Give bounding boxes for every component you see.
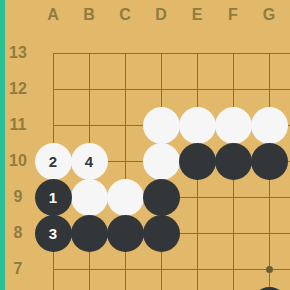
col-label-G: G: [263, 7, 275, 23]
col-label-E: E: [192, 7, 203, 23]
stone-black-F10[interactable]: [215, 143, 252, 180]
row-label-13: 13: [9, 45, 27, 61]
stone-black-D8[interactable]: [143, 215, 180, 252]
stone-white-C9[interactable]: [107, 179, 144, 216]
grid-line-row-12: [53, 89, 290, 90]
stone-black-A9[interactable]: 1: [35, 179, 72, 216]
row-label-9: 9: [14, 189, 23, 205]
stone-white-E11[interactable]: [179, 107, 216, 144]
row-label-11: 11: [10, 117, 27, 133]
col-label-B: B: [83, 7, 95, 23]
stone-black-G10[interactable]: [251, 143, 288, 180]
left-edge-strip: [0, 0, 5, 290]
grid-line-row-13: [53, 53, 290, 54]
row-label-7: 7: [14, 261, 23, 277]
stone-white-A10[interactable]: 2: [35, 143, 72, 180]
stone-white-B9[interactable]: [71, 179, 108, 216]
stone-black-B8[interactable]: [71, 215, 108, 252]
col-label-D: D: [155, 7, 167, 23]
stone-white-B10[interactable]: 4: [71, 143, 108, 180]
stone-white-D10[interactable]: [143, 143, 180, 180]
row-label-8: 8: [14, 225, 23, 241]
stone-white-F11[interactable]: [215, 107, 252, 144]
stone-black-D9[interactable]: [143, 179, 180, 216]
star-point-G7: [266, 266, 273, 273]
col-label-F: F: [228, 7, 238, 23]
grid-line-row-7: [53, 269, 290, 270]
stone-white-G11[interactable]: [251, 107, 288, 144]
stone-black-C8[interactable]: [107, 215, 144, 252]
go-board-screen: ABCDEFG131211109872413: [0, 0, 290, 290]
stone-black-E10[interactable]: [179, 143, 216, 180]
row-label-12: 12: [9, 81, 27, 97]
col-label-A: A: [47, 7, 59, 23]
col-label-C: C: [119, 7, 131, 23]
stone-black-G6[interactable]: [251, 287, 288, 290]
row-label-10: 10: [9, 153, 27, 169]
stone-white-D11[interactable]: [143, 107, 180, 144]
stone-black-A8[interactable]: 3: [35, 215, 72, 252]
